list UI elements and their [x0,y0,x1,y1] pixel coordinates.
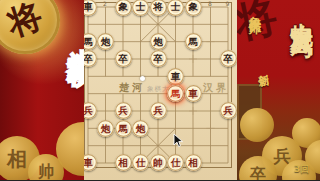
piece-char: 炮 [101,37,111,47]
piece-char: 相 [188,158,198,168]
corner-logo: 3回 [294,163,309,176]
piece-char: 卒 [118,54,128,64]
piece-char: 卒 [153,54,163,64]
piece-兵[interactable]: 兵 [115,102,132,119]
decor-coin-char: 相 [7,146,27,173]
piece-char: 象 [118,2,128,12]
piece-卒[interactable]: 卒 [115,50,132,67]
piece-相[interactable]: 相 [185,154,202,171]
piece-馬[interactable]: 馬 [185,33,202,50]
left-title: 大神象棋 [61,24,84,174]
right-badge: 创新 [252,65,267,68]
piece-帥[interactable]: 帥 [150,154,167,171]
piece-char: 馬 [188,37,198,47]
piece-char: 兵 [83,106,93,116]
piece-相[interactable]: 相 [115,154,132,171]
piece-char: 炮 [153,37,163,47]
left-banner: 将 相 帅 大神象棋 [0,0,84,180]
decor-coin-char: 帅 [38,162,54,181]
piece-卒[interactable]: 卒 [150,50,167,67]
piece-char: 帥 [153,158,163,168]
piece-char: 仕 [136,158,146,168]
piece-炮[interactable]: 炮 [132,120,149,137]
piece-char: 兵 [118,106,128,116]
piece-char: 馬 [83,37,93,47]
piece-grid: 車象士将士象馬炮炮馬卒卒卒卒車馬車兵兵兵兵炮馬炮車相仕帥仕相 [79,0,237,172]
right-subtitle: 象棋大师 [246,6,263,14]
piece-将[interactable]: 将 [150,0,167,16]
piece-char: 士 [171,2,181,12]
piece-char: 相 [118,158,128,168]
piece-卒[interactable]: 卒 [220,50,237,67]
piece-馬[interactable]: 馬 [115,120,132,137]
piece-char: 車 [188,89,198,99]
right-title: 中炮对屏风马 [287,4,318,22]
piece-士[interactable]: 士 [132,0,149,16]
right-banner: 将 兵卒 象棋大师 创新 中炮对屏风马 3回 [237,0,320,180]
piece-char: 馬 [118,124,128,134]
piece-馬[interactable]: 馬 [167,85,184,102]
decor-coin-char: 卒 [250,165,266,181]
piece-char: 兵 [153,106,163,116]
piece-炮[interactable]: 炮 [150,33,167,50]
piece-char: 仕 [171,158,181,168]
piece-仕[interactable]: 仕 [132,154,149,171]
xiangqi-video-thumbnail: 123456789 楚河 汉界 象棋大师 車象士将士象馬炮炮馬卒卒卒卒車馬車兵兵… [0,0,320,180]
piece-仕[interactable]: 仕 [167,154,184,171]
piece-char: 車 [171,72,181,82]
piece-象[interactable]: 象 [185,0,202,16]
piece-char: 炮 [136,124,146,134]
piece-char: 兵 [223,106,233,116]
piece-兵[interactable]: 兵 [150,102,167,119]
piece-char: 象 [188,2,198,12]
general-piece-char: 将 [2,0,49,47]
piece-char: 炮 [101,124,111,134]
piece-char: 車 [83,2,93,12]
piece-char: 将 [153,2,163,12]
piece-兵[interactable]: 兵 [220,102,237,119]
piece-炮[interactable]: 炮 [97,120,114,137]
piece-char: 車 [83,158,93,168]
mouse-cursor [173,133,185,149]
piece-象[interactable]: 象 [115,0,132,16]
piece-車[interactable]: 車 [167,68,184,85]
piece-車[interactable]: 車 [185,85,202,102]
piece-char: 士 [136,2,146,12]
piece-char: 卒 [83,54,93,64]
piece-char: 卒 [223,54,233,64]
piece-char: 馬 [171,89,181,99]
piece-炮[interactable]: 炮 [97,33,114,50]
decor-coin [240,108,274,142]
piece-士[interactable]: 士 [167,0,184,16]
move-indicator-dot [140,76,145,81]
